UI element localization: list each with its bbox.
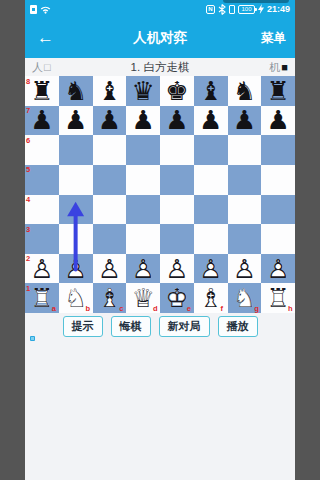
hint-button[interactable]: 提示 <box>63 316 103 337</box>
square-h3[interactable] <box>261 224 295 254</box>
white-pawn-fill: ♟ <box>59 254 93 284</box>
back-arrow-icon[interactable]: ← <box>25 28 66 48</box>
square-a8[interactable]: ♜ <box>25 76 59 106</box>
white-bishop-fill: ♝ <box>194 283 228 313</box>
square-g1[interactable]: ♞♘ <box>228 283 262 313</box>
bluetooth-icon <box>218 4 226 15</box>
app-bar: ← 人机对弈 菜单 <box>25 18 295 58</box>
chess-board-area: ♜♞♝♛♚♝♞♜♟♟♟♟♟♟♟♟♟♙♟♙♟♙♟♙♟♙♟♙♟♙♟♙♜♖♞♘♝♗♛♕… <box>25 76 295 313</box>
square-d5[interactable] <box>126 165 160 195</box>
square-a4[interactable] <box>25 195 59 225</box>
white-knight-fill: ♞ <box>228 283 262 313</box>
square-a6[interactable] <box>25 135 59 165</box>
white-pawn-fill: ♟ <box>126 254 160 284</box>
black-pawn: ♟ <box>126 106 160 136</box>
square-b5[interactable] <box>59 165 93 195</box>
sim-icon <box>30 5 37 14</box>
white-bishop-fill: ♝ <box>93 283 127 313</box>
square-d7[interactable]: ♟ <box>126 106 160 136</box>
black-rook: ♜ <box>261 76 295 106</box>
black-bishop: ♝ <box>93 76 127 106</box>
white-bishop: ♗ <box>194 283 228 313</box>
square-f2[interactable]: ♟♙ <box>194 254 228 284</box>
square-h1[interactable]: ♜♖ <box>261 283 295 313</box>
square-c1[interactable]: ♝♗ <box>93 283 127 313</box>
square-b7[interactable]: ♟ <box>59 106 93 136</box>
square-d1[interactable]: ♛♕ <box>126 283 160 313</box>
square-b2[interactable]: ♟♙ <box>59 254 93 284</box>
square-c2[interactable]: ♟♙ <box>93 254 127 284</box>
white-knight: ♘ <box>228 283 262 313</box>
square-f5[interactable] <box>194 165 228 195</box>
square-a7[interactable]: ♟ <box>25 106 59 136</box>
square-e2[interactable]: ♟♙ <box>160 254 194 284</box>
square-c4[interactable] <box>93 195 127 225</box>
wifi-icon <box>40 5 51 14</box>
new-game-button[interactable]: 新对局 <box>159 316 210 337</box>
square-b6[interactable] <box>59 135 93 165</box>
white-pawn-fill: ♟ <box>194 254 228 284</box>
black-pawn: ♟ <box>59 106 93 136</box>
battery-indicator: 100 <box>238 5 255 14</box>
white-pawn: ♙ <box>160 254 194 284</box>
white-knight-fill: ♞ <box>59 283 93 313</box>
square-d6[interactable] <box>126 135 160 165</box>
white-knight: ♘ <box>59 283 93 313</box>
white-pawn: ♙ <box>194 254 228 284</box>
square-g5[interactable] <box>228 165 262 195</box>
status-bar: N 100 21:49 <box>25 0 295 18</box>
square-h7[interactable]: ♟ <box>261 106 295 136</box>
square-c7[interactable]: ♟ <box>93 106 127 136</box>
black-pawn: ♟ <box>194 106 228 136</box>
square-b1[interactable]: ♞♘ <box>59 283 93 313</box>
charging-icon <box>258 4 264 14</box>
square-e6[interactable] <box>160 135 194 165</box>
square-h5[interactable] <box>261 165 295 195</box>
turn-info-bar: 人□ 1. 白方走棋 机■ <box>25 58 295 76</box>
move-status-text: 1. 白方走棋 <box>25 60 295 75</box>
square-h8[interactable]: ♜ <box>261 76 295 106</box>
white-pawn: ♙ <box>261 254 295 284</box>
white-pawn: ♙ <box>25 254 59 284</box>
white-rook: ♖ <box>25 283 59 313</box>
footnote-marker-icon <box>30 336 35 341</box>
square-c5[interactable] <box>93 165 127 195</box>
square-g2[interactable]: ♟♙ <box>228 254 262 284</box>
square-h4[interactable] <box>261 195 295 225</box>
white-pawn-fill: ♟ <box>160 254 194 284</box>
square-a2[interactable]: ♟♙ <box>25 254 59 284</box>
white-bishop: ♗ <box>93 283 127 313</box>
action-button-row: 提示 悔棋 新对局 播放 <box>25 316 295 337</box>
black-pawn: ♟ <box>261 106 295 136</box>
square-g6[interactable] <box>228 135 262 165</box>
undo-move-button[interactable]: 悔棋 <box>111 316 151 337</box>
square-e1[interactable]: ♚♔ <box>160 283 194 313</box>
clock: 21:49 <box>267 4 290 14</box>
white-queen: ♕ <box>126 283 160 313</box>
black-rook: ♜ <box>25 76 59 106</box>
square-a5[interactable] <box>25 165 59 195</box>
square-b4[interactable] <box>59 195 93 225</box>
white-rook-fill: ♜ <box>261 283 295 313</box>
black-queen: ♛ <box>126 76 160 106</box>
black-king: ♚ <box>160 76 194 106</box>
square-c6[interactable] <box>93 135 127 165</box>
black-pawn: ♟ <box>160 106 194 136</box>
black-knight: ♞ <box>228 76 262 106</box>
screen-notch-artifact <box>223 0 289 3</box>
white-queen-fill: ♛ <box>126 283 160 313</box>
playback-button[interactable]: 播放 <box>218 316 258 337</box>
chess-board: ♜♞♝♛♚♝♞♜♟♟♟♟♟♟♟♟♟♙♟♙♟♙♟♙♟♙♟♙♟♙♟♙♜♖♞♘♝♗♛♕… <box>25 76 295 313</box>
square-h6[interactable] <box>261 135 295 165</box>
square-h2[interactable]: ♟♙ <box>261 254 295 284</box>
vibrate-icon <box>229 5 235 14</box>
square-b8[interactable]: ♞ <box>59 76 93 106</box>
square-g4[interactable] <box>228 195 262 225</box>
nfc-icon: N <box>206 5 215 14</box>
square-e5[interactable] <box>160 165 194 195</box>
battery-percent: 100 <box>241 6 251 12</box>
status-right-icons: N 100 21:49 <box>206 4 290 15</box>
square-b3[interactable] <box>59 224 93 254</box>
square-f1[interactable]: ♝♗ <box>194 283 228 313</box>
square-g3[interactable] <box>228 224 262 254</box>
status-left-icons <box>30 5 51 14</box>
square-a1[interactable]: ♜♖ <box>25 283 59 313</box>
white-pawn-fill: ♟ <box>25 254 59 284</box>
square-f6[interactable] <box>194 135 228 165</box>
app-screen: N 100 21:49 ← 人机对弈 菜单 人□ 1. 白方走棋 机■ ♜♞♝♛… <box>25 0 295 480</box>
white-king: ♔ <box>160 283 194 313</box>
square-d2[interactable]: ♟♙ <box>126 254 160 284</box>
black-pawn: ♟ <box>25 106 59 136</box>
white-rook: ♖ <box>261 283 295 313</box>
black-pawn: ♟ <box>228 106 262 136</box>
square-d3[interactable] <box>126 224 160 254</box>
square-f7[interactable]: ♟ <box>194 106 228 136</box>
square-e8[interactable]: ♚ <box>160 76 194 106</box>
square-d4[interactable] <box>126 195 160 225</box>
square-g8[interactable]: ♞ <box>228 76 262 106</box>
white-pawn: ♙ <box>126 254 160 284</box>
square-e3[interactable] <box>160 224 194 254</box>
square-e4[interactable] <box>160 195 194 225</box>
menu-button[interactable]: 菜单 <box>252 30 295 47</box>
black-knight: ♞ <box>59 76 93 106</box>
white-pawn: ♙ <box>59 254 93 284</box>
white-pawn-fill: ♟ <box>261 254 295 284</box>
black-pawn: ♟ <box>93 106 127 136</box>
white-pawn-fill: ♟ <box>228 254 262 284</box>
square-d8[interactable]: ♛ <box>126 76 160 106</box>
square-a3[interactable] <box>25 224 59 254</box>
square-f8[interactable]: ♝ <box>194 76 228 106</box>
white-pawn: ♙ <box>93 254 127 284</box>
white-rook-fill: ♜ <box>25 283 59 313</box>
square-g7[interactable]: ♟ <box>228 106 262 136</box>
white-king-fill: ♚ <box>160 283 194 313</box>
white-pawn-fill: ♟ <box>93 254 127 284</box>
square-c3[interactable] <box>93 224 127 254</box>
square-f4[interactable] <box>194 195 228 225</box>
square-c8[interactable]: ♝ <box>93 76 127 106</box>
black-bishop: ♝ <box>194 76 228 106</box>
square-f3[interactable] <box>194 224 228 254</box>
white-pawn: ♙ <box>228 254 262 284</box>
square-e7[interactable]: ♟ <box>160 106 194 136</box>
